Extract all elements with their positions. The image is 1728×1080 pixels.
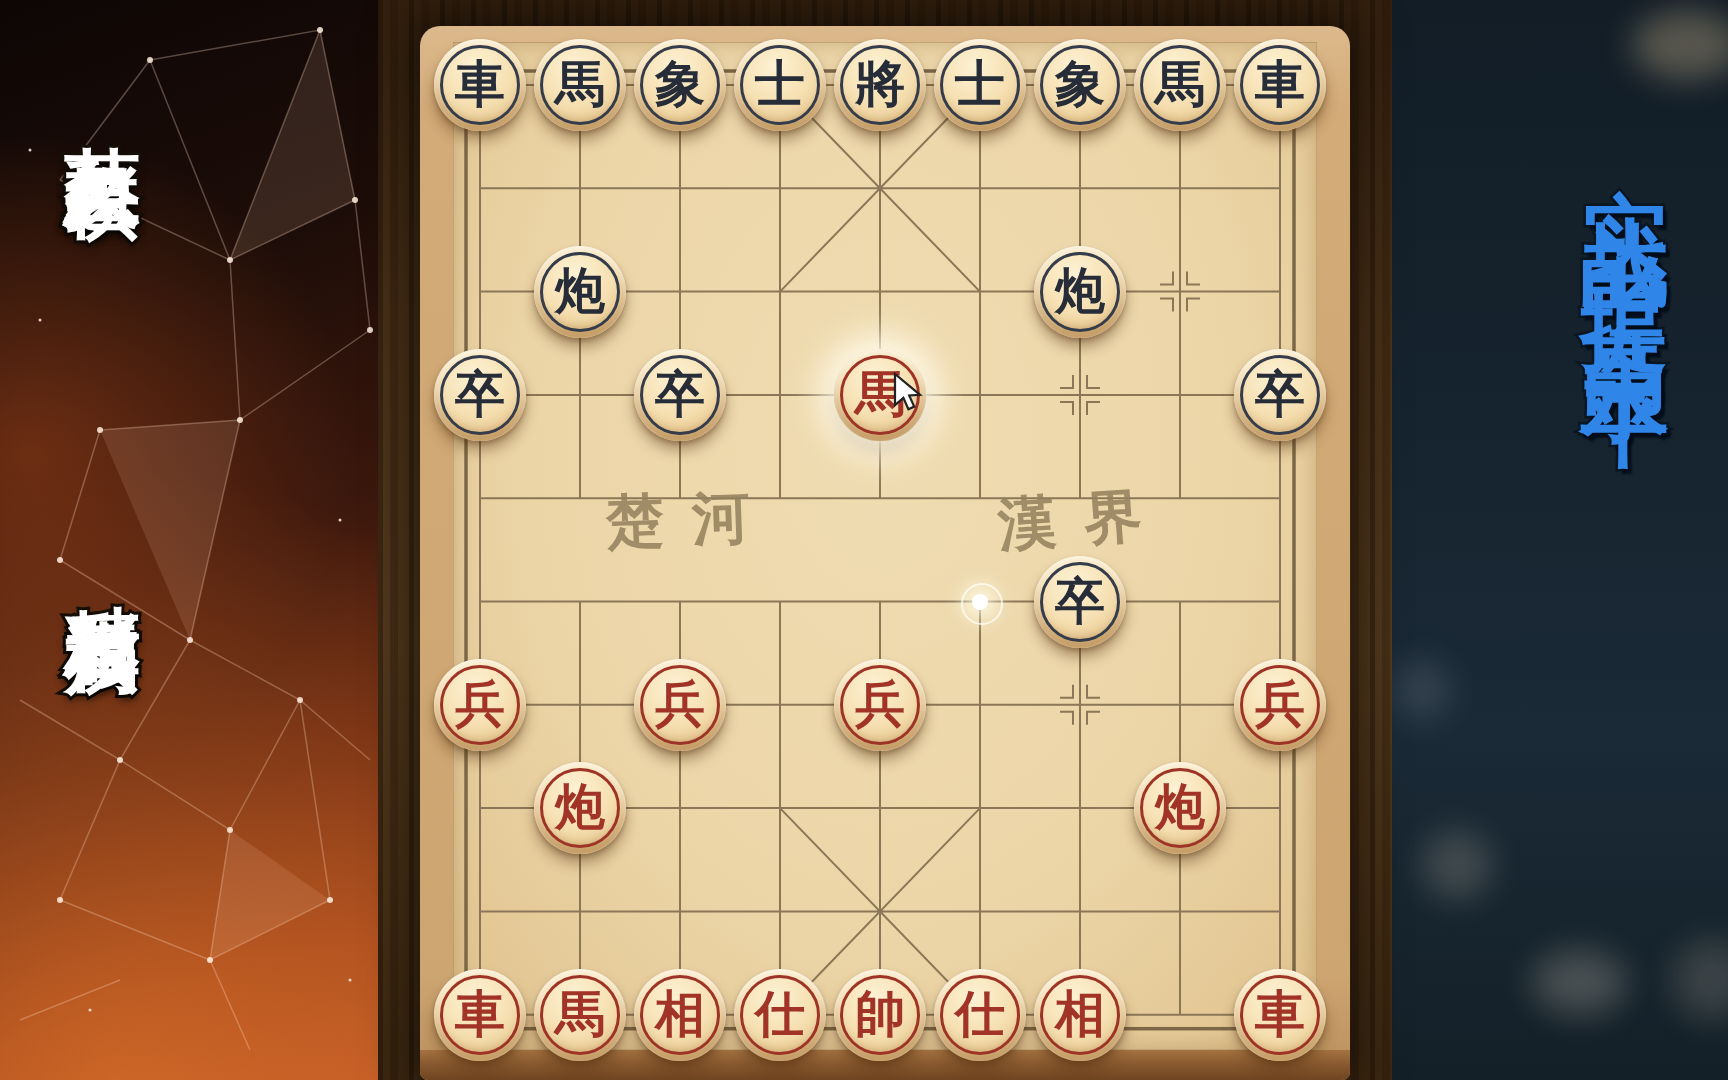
- piece-black-general[interactable]: 將: [834, 39, 926, 131]
- piece-glyph: 象: [634, 39, 726, 131]
- piece-red-soldier[interactable]: 兵: [434, 659, 526, 751]
- piece-glyph: 炮: [534, 762, 626, 854]
- piece-red-elephant[interactable]: 相: [1034, 969, 1126, 1061]
- right-slogan: 实战中提高水平: [1584, 116, 1684, 354]
- piece-red-advisor[interactable]: 仕: [934, 969, 1026, 1061]
- piece-glyph: 士: [734, 39, 826, 131]
- piece-glyph: 車: [434, 969, 526, 1061]
- piece-red-elephant[interactable]: 相: [634, 969, 726, 1061]
- piece-glyph: 仕: [934, 969, 1026, 1061]
- piece-red-soldier[interactable]: 兵: [1234, 659, 1326, 751]
- piece-red-advisor[interactable]: 仕: [734, 969, 826, 1061]
- piece-glyph: 炮: [1134, 762, 1226, 854]
- piece-black-advisor[interactable]: 士: [934, 39, 1026, 131]
- piece-glyph: 相: [1034, 969, 1126, 1061]
- piece-glyph: 兵: [434, 659, 526, 751]
- piece-red-cannon[interactable]: 炮: [1134, 762, 1226, 854]
- piece-glyph: 卒: [434, 349, 526, 441]
- piece-glyph: 象: [1034, 39, 1126, 131]
- piece-glyph: 車: [434, 39, 526, 131]
- bokeh-light: [1532, 950, 1627, 1015]
- board-frame: 楚河 漢界: [420, 26, 1350, 1080]
- piece-glyph: 卒: [1234, 349, 1326, 441]
- piece-red-horse[interactable]: 馬: [534, 969, 626, 1061]
- piece-black-advisor[interactable]: 士: [734, 39, 826, 131]
- piece-glyph: 馬: [534, 39, 626, 131]
- piece-red-soldier[interactable]: 兵: [834, 659, 926, 751]
- piece-black-horse[interactable]: 馬: [1134, 39, 1226, 131]
- piece-glyph: 仕: [734, 969, 826, 1061]
- piece-black-cannon[interactable]: 炮: [534, 246, 626, 338]
- piece-glyph: 相: [634, 969, 726, 1061]
- piece-red-chariot[interactable]: 車: [1234, 969, 1326, 1061]
- piece-glyph: 士: [934, 39, 1026, 131]
- piece-glyph: 馬: [534, 969, 626, 1061]
- left-title-line1: 莫愁象棋: [58, 84, 154, 112]
- polygon-mesh-decoration: [0, 0, 378, 1080]
- piece-glyph: 車: [1234, 969, 1326, 1061]
- piece-glyph: 車: [1234, 39, 1326, 131]
- piece-black-soldier[interactable]: 卒: [434, 349, 526, 441]
- piece-glyph: 兵: [634, 659, 726, 751]
- piece-glyph: 卒: [1034, 556, 1126, 648]
- river-label-right: 漢界: [995, 475, 1172, 565]
- piece-black-soldier[interactable]: 卒: [1034, 556, 1126, 648]
- piece-glyph: 兵: [1234, 659, 1326, 751]
- piece-black-elephant[interactable]: 象: [1034, 39, 1126, 131]
- piece-glyph: 炮: [534, 246, 626, 338]
- piece-red-chariot[interactable]: 車: [434, 969, 526, 1061]
- left-panel: 莫愁象棋 精彩棋局: [0, 0, 378, 1080]
- piece-black-soldier[interactable]: 卒: [634, 349, 726, 441]
- piece-black-soldier[interactable]: 卒: [1234, 349, 1326, 441]
- piece-glyph: 馬: [1134, 39, 1226, 131]
- bokeh-light: [1632, 10, 1728, 80]
- left-title-line2: 精彩棋局: [58, 544, 154, 572]
- piece-glyph: 兵: [834, 659, 926, 751]
- piece-glyph: 將: [834, 39, 926, 131]
- piece-black-cannon[interactable]: 炮: [1034, 246, 1126, 338]
- piece-red-cannon[interactable]: 炮: [534, 762, 626, 854]
- bokeh-light: [1672, 940, 1728, 1020]
- piece-glyph: 帥: [834, 969, 926, 1061]
- piece-glyph: 炮: [1034, 246, 1126, 338]
- piece-glyph: 卒: [634, 349, 726, 441]
- piece-black-horse[interactable]: 馬: [534, 39, 626, 131]
- screenshot-stage: 莫愁象棋 精彩棋局 实战中提高水平 楚河 漢界 車馬象士將士象馬車炮炮卒卒卒馬卒…: [0, 0, 1728, 1080]
- piece-black-chariot[interactable]: 車: [1234, 39, 1326, 131]
- mouse-cursor: [893, 372, 927, 414]
- bokeh-light: [1392, 660, 1452, 720]
- bokeh-light: [1422, 830, 1492, 900]
- piece-red-soldier[interactable]: 兵: [634, 659, 726, 751]
- piece-red-general[interactable]: 帥: [834, 969, 926, 1061]
- piece-black-chariot[interactable]: 車: [434, 39, 526, 131]
- river-label-left: 楚河: [605, 478, 780, 562]
- board-grid: [420, 26, 1350, 1080]
- piece-black-elephant[interactable]: 象: [634, 39, 726, 131]
